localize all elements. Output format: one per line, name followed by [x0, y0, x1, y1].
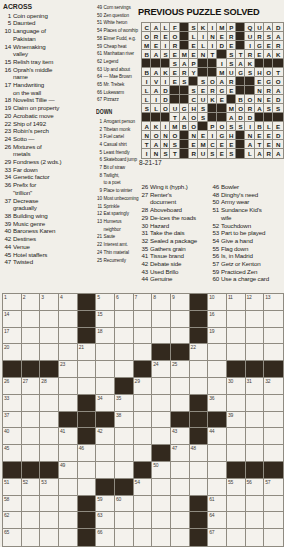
- puzzle-cell[interactable]: [22, 529, 41, 546]
- solved-letter-cell: D: [245, 113, 254, 122]
- solved-letter-cell: P: [189, 59, 198, 68]
- puzzle-cell[interactable]: 65: [3, 529, 22, 546]
- solved-letter-cell: I: [217, 59, 226, 68]
- puzzle-cell[interactable]: [59, 529, 78, 546]
- puzzle-cell[interactable]: [152, 496, 171, 513]
- puzzle-cell[interactable]: 49: [59, 462, 78, 479]
- puzzle-cell[interactable]: 48: [190, 445, 209, 462]
- solved-letter-cell: D: [273, 131, 282, 140]
- solved-letter-cell: U: [198, 95, 207, 104]
- puzzle-cell[interactable]: [171, 328, 190, 345]
- puzzle-cell[interactable]: [152, 479, 171, 496]
- puzzle-cell[interactable]: [96, 378, 115, 395]
- solved-letter-cell: A: [245, 140, 254, 149]
- clue-item: 32Sealed a package: [140, 237, 210, 245]
- puzzle-cell[interactable]: [40, 445, 59, 462]
- cell-number: 53: [41, 479, 46, 485]
- puzzle-cell[interactable]: [115, 328, 134, 345]
- puzzle-cell[interactable]: [208, 378, 227, 395]
- puzzle-cell[interactable]: [115, 311, 134, 328]
- puzzle-cell[interactable]: 35: [115, 395, 134, 412]
- puzzle-cell[interactable]: [246, 395, 265, 412]
- puzzle-cell[interactable]: [59, 445, 78, 462]
- puzzle-cell[interactable]: [115, 512, 134, 529]
- solved-letter-cell: E: [217, 95, 226, 104]
- puzzle-cell[interactable]: 33: [3, 395, 22, 412]
- puzzle-cell[interactable]: 16: [208, 311, 227, 328]
- puzzle-cell[interactable]: [40, 428, 59, 445]
- solved-black-cell: [180, 149, 189, 158]
- puzzle-cell[interactable]: [134, 428, 153, 445]
- puzzle-cell[interactable]: [171, 311, 190, 328]
- puzzle-cell[interactable]: [40, 496, 59, 513]
- puzzle-cell[interactable]: 51: [3, 479, 22, 496]
- black-cell: [96, 412, 115, 429]
- solved-letter-cell: I: [208, 131, 217, 140]
- puzzle-cell[interactable]: [171, 496, 190, 513]
- puzzle-cell[interactable]: 62: [3, 512, 22, 529]
- puzzle-cell[interactable]: [208, 479, 227, 496]
- puzzle-cell[interactable]: [227, 311, 246, 328]
- clue-text: Far down: [13, 166, 38, 174]
- solved-letter-cell: O: [170, 131, 179, 140]
- puzzle-cell[interactable]: 8: [152, 294, 171, 311]
- puzzle-cell[interactable]: [59, 479, 78, 496]
- puzzle-cell[interactable]: [40, 529, 59, 546]
- clue-number: 10: [96, 194, 102, 202]
- puzzle-cell[interactable]: [264, 344, 283, 361]
- puzzle-cell[interactable]: [152, 328, 171, 345]
- puzzle-cell[interactable]: 57: [264, 479, 283, 496]
- solved-letter-cell: A: [273, 86, 282, 95]
- puzzle-cell[interactable]: [115, 445, 134, 462]
- cell-number: 4: [60, 294, 63, 300]
- black-cell: [227, 462, 246, 479]
- clue-item: 64— Mae Brown: [96, 72, 141, 80]
- puzzle-cell[interactable]: 22: [190, 344, 209, 361]
- clue-text: Recurrently: [104, 256, 127, 264]
- puzzle-cell[interactable]: 15: [96, 311, 115, 328]
- black-cell: [171, 412, 190, 429]
- puzzle-cell[interactable]: [227, 496, 246, 513]
- puzzle-cell[interactable]: 20: [3, 344, 22, 361]
- puzzle-cell[interactable]: 61: [208, 496, 227, 513]
- clue-text: Eat sparingly: [104, 209, 129, 217]
- previous-puzzle-title: PREVIOUS PUZZLE SOLVED: [138, 6, 280, 17]
- puzzle-cell[interactable]: [152, 529, 171, 546]
- puzzle-cell[interactable]: [264, 395, 283, 412]
- clue-text: Debate side: [150, 260, 181, 268]
- solved-letter-cell: R: [245, 50, 254, 59]
- puzzle-cell[interactable]: [246, 328, 265, 345]
- clue-text: Pizzazz: [104, 95, 119, 103]
- clue-number: 35: [140, 245, 148, 253]
- cell-number: 58: [4, 496, 9, 502]
- clue-text: Casual shirt: [104, 140, 127, 148]
- clue-text: Give a hand: [221, 237, 253, 245]
- puzzle-cell[interactable]: [134, 496, 153, 513]
- puzzle-cell[interactable]: [59, 344, 78, 361]
- puzzle-cell[interactable]: 63: [96, 512, 115, 529]
- puzzle-cell[interactable]: [227, 512, 246, 529]
- puzzle-cell[interactable]: 26: [3, 378, 22, 395]
- clue-number: 66: [96, 88, 102, 96]
- solved-black-cell: [264, 113, 273, 122]
- puzzle-cell[interactable]: 13: [264, 294, 283, 311]
- puzzle-cell[interactable]: [264, 496, 283, 513]
- clue-number: 22: [96, 240, 102, 248]
- black-cell: [134, 361, 153, 378]
- puzzle-cell[interactable]: 19: [208, 328, 227, 345]
- puzzle-cell[interactable]: [227, 529, 246, 546]
- solved-letter-cell: E: [189, 140, 198, 149]
- clue-item: 17Handwriting on the wall: [3, 81, 91, 96]
- puzzle-cell[interactable]: [152, 395, 171, 412]
- puzzle-cell[interactable]: 34: [96, 395, 115, 412]
- puzzle-cell[interactable]: [22, 445, 41, 462]
- clue-text: Flag down: [221, 245, 248, 253]
- puzzle-cell[interactable]: [190, 479, 209, 496]
- puzzle-cell[interactable]: 4: [59, 294, 78, 311]
- puzzle-cell[interactable]: [22, 428, 41, 445]
- puzzle-cell[interactable]: [264, 529, 283, 546]
- solved-black-cell: [236, 131, 245, 140]
- puzzle-cell[interactable]: [208, 462, 227, 479]
- solved-letter-cell: A: [273, 32, 282, 41]
- clue-text: Decrease gradually: [13, 197, 38, 212]
- puzzle-cell[interactable]: 9: [171, 294, 190, 311]
- clue-number: 62: [96, 57, 102, 65]
- solved-black-cell: [142, 113, 151, 122]
- puzzle-cell[interactable]: 60: [115, 496, 134, 513]
- puzzle-cell[interactable]: [78, 378, 97, 395]
- puzzle-cell[interactable]: 45: [3, 445, 22, 462]
- cell-number: 44: [209, 428, 214, 434]
- puzzle-cell[interactable]: [264, 412, 283, 429]
- solved-letter-cell: B: [142, 68, 151, 77]
- puzzle-cell[interactable]: [59, 395, 78, 412]
- clue-number: 5: [3, 19, 11, 27]
- puzzle-cell[interactable]: 38: [115, 412, 134, 429]
- puzzle-cell[interactable]: [246, 496, 265, 513]
- puzzle-cell[interactable]: [246, 344, 265, 361]
- puzzle-cell[interactable]: 46: [78, 445, 97, 462]
- cell-number: 35: [116, 395, 121, 401]
- puzzle-cell[interactable]: [227, 445, 246, 462]
- puzzle-cell[interactable]: 56: [246, 479, 265, 496]
- puzzle-cell[interactable]: [96, 361, 115, 378]
- puzzle-cell[interactable]: [171, 395, 190, 412]
- puzzle-cell[interactable]: 50: [152, 462, 171, 479]
- puzzle-cell[interactable]: 18: [96, 328, 115, 345]
- puzzle-cell[interactable]: [134, 395, 153, 412]
- puzzle-cell[interactable]: 43: [171, 428, 190, 445]
- puzzle-cell[interactable]: [134, 512, 153, 529]
- clue-number: 14: [3, 43, 11, 51]
- puzzle-cell[interactable]: [134, 311, 153, 328]
- puzzle-cell[interactable]: [264, 328, 283, 345]
- puzzle-cell[interactable]: 59: [96, 496, 115, 513]
- puzzle-cell[interactable]: [152, 428, 171, 445]
- cell-number: 3: [41, 294, 44, 300]
- puzzle-cell[interactable]: [22, 344, 41, 361]
- clue-number: 1: [3, 12, 11, 20]
- puzzle-cell[interactable]: [40, 344, 59, 361]
- clue-item: 1Arrogant person: [96, 117, 141, 125]
- puzzle-cell[interactable]: 58: [3, 496, 22, 513]
- solved-letter-cell: D: [161, 86, 170, 95]
- puzzle-cell[interactable]: 17: [3, 328, 22, 345]
- puzzle-cell[interactable]: [115, 344, 134, 361]
- puzzle-cell[interactable]: 42: [96, 428, 115, 445]
- solved-letter-cell: T: [273, 68, 282, 77]
- puzzle-cell[interactable]: 55: [227, 479, 246, 496]
- puzzle-cell[interactable]: 11: [227, 294, 246, 311]
- clue-text: Destines: [13, 235, 36, 243]
- cell-number: 59: [97, 496, 102, 502]
- solved-letter-cell: E: [217, 149, 226, 158]
- puzzle-cell[interactable]: 67: [208, 529, 227, 546]
- solved-letter-cell: P: [227, 23, 236, 32]
- puzzle-cell[interactable]: [152, 311, 171, 328]
- puzzle-cell[interactable]: [22, 496, 41, 513]
- clue-item: 59Cheap heat: [96, 42, 141, 50]
- puzzle-cell[interactable]: [246, 412, 265, 429]
- clue-number: 11: [96, 202, 102, 210]
- puzzle-cell[interactable]: [171, 378, 190, 395]
- puzzle-cell[interactable]: 27: [22, 378, 41, 395]
- solved-letter-cell: G: [217, 86, 226, 95]
- puzzle-cell[interactable]: [227, 328, 246, 345]
- puzzle-cell[interactable]: [59, 328, 78, 345]
- puzzle-cell[interactable]: [246, 445, 265, 462]
- puzzle-cell[interactable]: 30: [227, 378, 246, 395]
- clue-item: 41Tissue brand: [140, 252, 210, 260]
- clue-item: 12Eat sparingly: [96, 209, 141, 217]
- puzzle-cell[interactable]: 23: [59, 361, 78, 378]
- across-clue-list-left: 1Coin opening5Daunted10Language of Pakis…: [3, 12, 91, 266]
- puzzle-cell[interactable]: 5: [96, 294, 115, 311]
- puzzle-cell[interactable]: [227, 395, 246, 412]
- puzzle-cell[interactable]: [264, 428, 283, 445]
- puzzle-cell[interactable]: [246, 529, 265, 546]
- puzzle-cell[interactable]: [134, 328, 153, 345]
- black-cell: [78, 328, 97, 345]
- puzzle-cell[interactable]: [134, 445, 153, 462]
- puzzle-cell[interactable]: [190, 462, 209, 479]
- puzzle-cell[interactable]: [40, 328, 59, 345]
- solved-letter-cell: T: [170, 113, 179, 122]
- puzzle-cell[interactable]: 44: [208, 428, 227, 445]
- clue-number: 23: [3, 127, 11, 135]
- solved-black-cell: [217, 104, 226, 113]
- clue-number: 8: [96, 171, 102, 179]
- clue-text: Use a charge card: [221, 275, 269, 283]
- puzzle-cell[interactable]: [190, 378, 209, 395]
- black-cell: [190, 428, 209, 445]
- solved-black-cell: [161, 59, 170, 68]
- clue-number: 1: [96, 117, 102, 125]
- puzzle-cell[interactable]: [246, 512, 265, 529]
- puzzle-cell[interactable]: [59, 496, 78, 513]
- clue-text: Most unbecoming: [104, 194, 139, 202]
- cell-number: 23: [60, 361, 65, 367]
- puzzle-cell[interactable]: [22, 395, 41, 412]
- puzzle-cell[interactable]: [115, 462, 134, 479]
- clue-number: 20: [3, 112, 11, 120]
- puzzle-cell[interactable]: [208, 445, 227, 462]
- clue-item: 25Recurrently: [96, 256, 141, 264]
- puzzle-cell[interactable]: [264, 311, 283, 328]
- puzzle-cell[interactable]: [22, 412, 41, 429]
- puzzle-cell[interactable]: 24: [152, 361, 171, 378]
- puzzle-cell[interactable]: 29: [134, 378, 153, 395]
- solved-black-cell: [208, 68, 217, 77]
- puzzle-cell[interactable]: 37: [3, 412, 22, 429]
- solved-black-cell: [180, 95, 189, 104]
- solved-letter-cell: O: [264, 68, 273, 77]
- down-clues-column-right: 46Bowler48Dinghy's need50Army wear51Sund…: [211, 183, 283, 283]
- puzzle-cell[interactable]: 31: [246, 378, 265, 395]
- puzzle-cell[interactable]: [78, 462, 97, 479]
- puzzle-cell[interactable]: [208, 344, 227, 361]
- puzzle-cell[interactable]: [190, 361, 209, 378]
- puzzle-cell[interactable]: [227, 344, 246, 361]
- puzzle-cell[interactable]: [246, 311, 265, 328]
- black-cell: [190, 529, 209, 546]
- puzzle-cell[interactable]: [134, 529, 153, 546]
- cell-number: 16: [209, 311, 214, 317]
- puzzle-cell[interactable]: 47: [171, 445, 190, 462]
- puzzle-cell[interactable]: [96, 462, 115, 479]
- clue-text: White heron: [104, 18, 128, 26]
- clue-item: 26Wing it (hyph.): [140, 183, 210, 191]
- puzzle-cell[interactable]: [152, 512, 171, 529]
- puzzle-cell[interactable]: [115, 361, 134, 378]
- puzzle-cell[interactable]: 64: [208, 512, 227, 529]
- solved-letter-cell: N: [208, 32, 217, 41]
- cell-number: 1: [4, 294, 7, 300]
- solved-black-cell: [151, 59, 160, 68]
- puzzle-cell[interactable]: [59, 512, 78, 529]
- puzzle-cell[interactable]: 52: [22, 479, 41, 496]
- cell-number: 37: [4, 412, 9, 418]
- puzzle-cell[interactable]: [22, 512, 41, 529]
- black-cell: [59, 412, 78, 429]
- puzzle-cell[interactable]: 39: [227, 412, 246, 429]
- solved-letter-cell: I: [245, 122, 254, 131]
- puzzle-cell[interactable]: [264, 512, 283, 529]
- puzzle-cell[interactable]: [152, 412, 171, 429]
- solved-black-cell: [255, 59, 264, 68]
- puzzle-cell[interactable]: [40, 412, 59, 429]
- clue-text: Arrogant person: [104, 117, 136, 125]
- puzzle-cell[interactable]: [264, 445, 283, 462]
- cell-number: 28: [41, 378, 46, 384]
- puzzle-cell[interactable]: 12: [246, 294, 265, 311]
- puzzle-cell[interactable]: 28: [40, 378, 59, 395]
- puzzle-cell[interactable]: [171, 529, 190, 546]
- puzzle-cell[interactable]: 53: [40, 479, 59, 496]
- puzzle-cell[interactable]: [96, 344, 115, 361]
- puzzle-cell[interactable]: 40: [3, 428, 22, 445]
- cell-number: 67: [209, 529, 214, 535]
- solved-black-cell: [236, 32, 245, 41]
- puzzle-cell[interactable]: 10: [208, 294, 227, 311]
- solved-letter-cell: N: [255, 95, 264, 104]
- solved-black-cell: [255, 113, 264, 122]
- puzzle-cell[interactable]: 32: [264, 378, 283, 395]
- puzzle-cell[interactable]: [59, 378, 78, 395]
- puzzle-cell[interactable]: 25: [171, 361, 190, 378]
- solved-black-cell: [198, 59, 207, 68]
- clue-text: Ship of 1492: [13, 120, 46, 128]
- puzzle-cell[interactable]: [152, 378, 171, 395]
- puzzle-cell[interactable]: 1: [3, 294, 22, 311]
- puzzle-cell[interactable]: [171, 462, 190, 479]
- puzzle-cell[interactable]: [208, 361, 227, 378]
- solved-letter-cell: L: [264, 122, 273, 131]
- puzzle-cell[interactable]: [96, 445, 115, 462]
- puzzle-cell[interactable]: [115, 529, 134, 546]
- puzzle-cell[interactable]: [40, 512, 59, 529]
- puzzle-cell[interactable]: [134, 344, 153, 361]
- puzzle-cell[interactable]: [246, 428, 265, 445]
- puzzle-cell[interactable]: [59, 311, 78, 328]
- cell-number: 64: [209, 512, 214, 518]
- solved-letter-cell: G: [264, 77, 273, 86]
- puzzle-cell[interactable]: [227, 428, 246, 445]
- solved-letter-cell: I: [151, 95, 160, 104]
- down-header: DOWN: [96, 108, 141, 116]
- puzzle-cell[interactable]: [22, 328, 41, 345]
- puzzle-cell[interactable]: 54: [134, 479, 153, 496]
- puzzle-cell[interactable]: 6: [115, 294, 134, 311]
- puzzle-cell[interactable]: [78, 361, 97, 378]
- puzzle-cell[interactable]: [171, 479, 190, 496]
- puzzle-cell[interactable]: 66: [96, 529, 115, 546]
- puzzle-cell[interactable]: 7: [134, 294, 153, 311]
- solved-letter-cell: G: [217, 131, 226, 140]
- clue-item: 53Part to be played: [211, 229, 283, 237]
- puzzle-cell[interactable]: [78, 479, 97, 496]
- puzzle-cell[interactable]: 14: [3, 311, 22, 328]
- puzzle-cell[interactable]: [134, 412, 153, 429]
- clue-text: Claim on property: [13, 104, 59, 112]
- puzzle-cell[interactable]: 36: [208, 395, 227, 412]
- clue-item: 59Practiced Zen: [211, 268, 283, 276]
- clue-number: 44: [140, 275, 148, 283]
- puzzle-cell[interactable]: 21: [78, 344, 97, 361]
- clue-number: 51: [96, 18, 102, 26]
- puzzle-cell[interactable]: [22, 311, 41, 328]
- solved-black-cell: [217, 113, 226, 122]
- puzzle-cell[interactable]: [171, 512, 190, 529]
- puzzle-cell[interactable]: 41: [59, 428, 78, 445]
- black-cell: [227, 361, 246, 378]
- puzzle-cell[interactable]: 2: [22, 294, 41, 311]
- puzzle-cell[interactable]: [115, 428, 134, 445]
- puzzle-cell[interactable]: [40, 311, 59, 328]
- solved-black-cell: [236, 86, 245, 95]
- clue-item: 24Sotto —: [3, 135, 91, 143]
- clue-text: Used Brillo: [150, 268, 178, 276]
- solved-letter-cell: H: [227, 131, 236, 140]
- previous-puzzle-grid: CALFSKIMPQUADOREOLINERURSAMEIRELIDEIGERB…: [141, 22, 284, 159]
- puzzle-cell[interactable]: [40, 395, 59, 412]
- puzzle-cell[interactable]: 3: [40, 294, 59, 311]
- clue-item: 29De-ices the roads: [140, 214, 210, 222]
